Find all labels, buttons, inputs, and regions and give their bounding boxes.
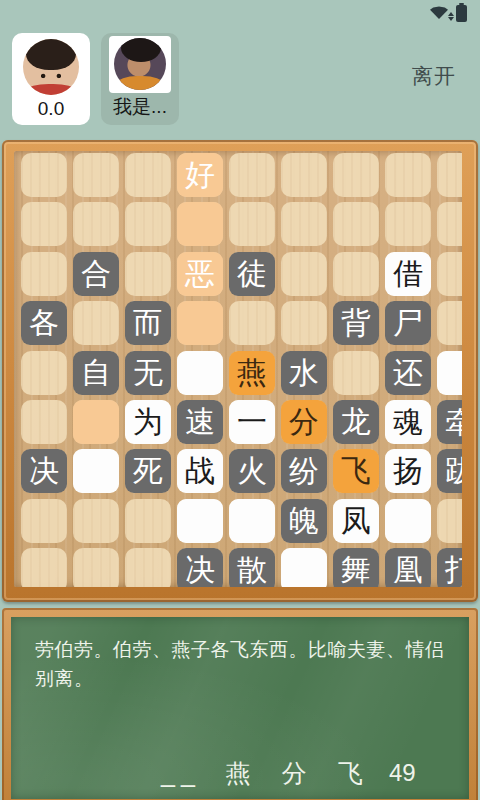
board-cell (73, 202, 119, 246)
tile-恶[interactable]: 恶 (177, 252, 223, 296)
board-cell (333, 351, 379, 395)
empty-slot[interactable] (177, 499, 223, 543)
leave-button[interactable]: 离开 (412, 62, 456, 90)
board-cell (125, 153, 171, 197)
tile-凰[interactable]: 凰 (385, 548, 431, 587)
board-cell (21, 252, 67, 296)
empty-slot[interactable] (385, 499, 431, 543)
tile-决[interactable]: 决 (177, 548, 223, 587)
chalkboard-surface: 劳伯劳。伯劳、燕子各飞东西。比喻夫妻、情侣别离。 __ 燕 分 飞 49 (11, 617, 469, 799)
player2-avatar (114, 38, 166, 90)
tile-而[interactable]: 而 (125, 301, 171, 345)
board-cell (333, 202, 379, 246)
tile-牵[interactable]: 牵 (437, 400, 462, 444)
board-cell (229, 153, 275, 197)
player1-card: 0.0 (12, 33, 90, 125)
tile-速[interactable]: 速 (177, 400, 223, 444)
current-word-blanks: __ 燕 分 飞 (161, 757, 369, 790)
tile-借[interactable]: 借 (385, 252, 431, 296)
board-cell (21, 351, 67, 395)
board-cell (73, 548, 119, 587)
tile-散[interactable]: 散 (229, 548, 275, 587)
empty-slot[interactable] (73, 400, 119, 444)
tile-飞[interactable]: 飞 (333, 449, 379, 493)
hint-chalkboard: 劳伯劳。伯劳、燕子各飞东西。比喻夫妻、情侣别离。 __ 燕 分 飞 49 (2, 608, 478, 800)
empty-slot[interactable] (437, 351, 462, 395)
board-cell (73, 301, 119, 345)
tile-各[interactable]: 各 (21, 301, 67, 345)
empty-slot[interactable] (73, 449, 119, 493)
tile-燕[interactable]: 燕 (229, 351, 275, 395)
player2-avatar-frame (109, 36, 171, 93)
board-cell (21, 499, 67, 543)
tile-徒[interactable]: 徒 (229, 252, 275, 296)
tile-跋[interactable]: 跋 (437, 449, 462, 493)
player2-name: 我是... (101, 94, 179, 120)
board-cell (125, 252, 171, 296)
board-cell (281, 301, 327, 345)
game-screen: 0.0 我是... 离开 好合恶徒借各而背尸自无燕水还为速一分龙魂牵决死战火纷飞… (0, 0, 480, 800)
empty-slot[interactable] (281, 548, 327, 587)
board-cell (333, 252, 379, 296)
player1-avatar (23, 39, 79, 95)
board-cell (73, 499, 119, 543)
board-cell (73, 153, 119, 197)
tile-魄[interactable]: 魄 (281, 499, 327, 543)
wifi-icon (430, 6, 448, 19)
board: 好合恶徒借各而背尸自无燕水还为速一分龙魂牵决死战火纷飞扬跋魄凤决散舞凰打 (2, 140, 478, 602)
board-cell (21, 202, 67, 246)
board-cell (385, 202, 431, 246)
player2-card: 我是... (101, 33, 179, 125)
tile-水[interactable]: 水 (281, 351, 327, 395)
board-cell (437, 202, 462, 246)
tile-自[interactable]: 自 (73, 351, 119, 395)
board-cell (281, 252, 327, 296)
tile-魂[interactable]: 魂 (385, 400, 431, 444)
tile-凤[interactable]: 凤 (333, 499, 379, 543)
countdown-timer: 49 (389, 759, 416, 787)
tile-尸[interactable]: 尸 (385, 301, 431, 345)
board-cell (21, 400, 67, 444)
battery-icon (456, 5, 467, 22)
tile-死[interactable]: 死 (125, 449, 171, 493)
board-surface: 好合恶徒借各而背尸自无燕水还为速一分龙魂牵决死战火纷飞扬跋魄凤决散舞凰打 (14, 151, 462, 587)
tile-决[interactable]: 决 (21, 449, 67, 493)
tile-打[interactable]: 打 (437, 548, 462, 587)
empty-slot[interactable] (229, 499, 275, 543)
board-cell (125, 202, 171, 246)
tile-火[interactable]: 火 (229, 449, 275, 493)
board-cell (125, 548, 171, 587)
empty-slot[interactable] (177, 202, 223, 246)
tile-还[interactable]: 还 (385, 351, 431, 395)
tile-一[interactable]: 一 (229, 400, 275, 444)
tile-合[interactable]: 合 (73, 252, 119, 296)
board-cell (21, 548, 67, 587)
tile-分[interactable]: 分 (281, 400, 327, 444)
board-cell (125, 499, 171, 543)
board-cell (437, 301, 462, 345)
tile-好[interactable]: 好 (177, 153, 223, 197)
tile-战[interactable]: 战 (177, 449, 223, 493)
board-cell (229, 202, 275, 246)
board-cell (281, 202, 327, 246)
empty-slot[interactable] (177, 301, 223, 345)
player1-score: 0.0 (12, 98, 90, 120)
board-cell (229, 301, 275, 345)
tile-为[interactable]: 为 (125, 400, 171, 444)
board-cell (385, 153, 431, 197)
board-cell (333, 153, 379, 197)
network-arrows-icon (448, 12, 454, 21)
tile-扬[interactable]: 扬 (385, 449, 431, 493)
board-cell (21, 153, 67, 197)
tile-舞[interactable]: 舞 (333, 548, 379, 587)
tile-背[interactable]: 背 (333, 301, 379, 345)
board-cell (437, 252, 462, 296)
board-cell (281, 153, 327, 197)
tile-无[interactable]: 无 (125, 351, 171, 395)
empty-slot[interactable] (177, 351, 223, 395)
tile-纷[interactable]: 纷 (281, 449, 327, 493)
tile-龙[interactable]: 龙 (333, 400, 379, 444)
board-cell (437, 153, 462, 197)
board-cell (437, 499, 462, 543)
idiom-definition: 劳伯劳。伯劳、燕子各飞东西。比喻夫妻、情侣别离。 (11, 617, 469, 694)
